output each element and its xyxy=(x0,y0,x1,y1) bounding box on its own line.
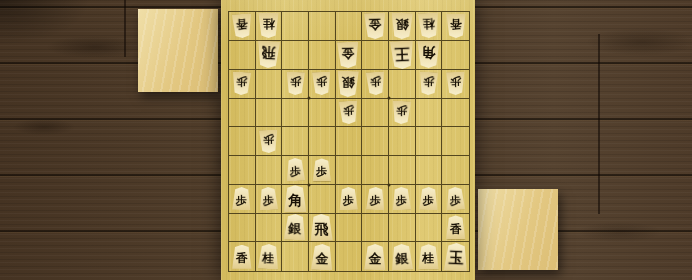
board-cell[interactable] xyxy=(389,214,416,243)
board-cell[interactable] xyxy=(362,156,389,185)
sente-silver-piece[interactable]: 銀 xyxy=(390,243,413,270)
board-cell[interactable]: 香 xyxy=(442,214,469,243)
board-cell[interactable] xyxy=(442,41,469,70)
plank-seam xyxy=(598,34,600,214)
star-point xyxy=(307,183,310,186)
board-cell[interactable] xyxy=(362,41,389,70)
gote-piece-stand xyxy=(138,9,218,92)
board-cell[interactable] xyxy=(389,156,416,185)
board-cell[interactable]: 歩 xyxy=(256,127,283,156)
board-cell[interactable] xyxy=(282,12,309,41)
board-cell[interactable]: 歩 xyxy=(282,70,309,99)
sente-pawn-piece[interactable]: 歩 xyxy=(258,187,278,211)
star-point xyxy=(307,97,310,100)
board-cell[interactable] xyxy=(309,185,336,214)
gote-pawn-piece[interactable]: 歩 xyxy=(312,72,332,96)
board-cell[interactable]: 歩 xyxy=(416,185,443,214)
board-cell[interactable]: 歩 xyxy=(309,70,336,99)
board-cell[interactable] xyxy=(282,99,309,128)
board-cell[interactable] xyxy=(336,156,363,185)
board-cell[interactable] xyxy=(336,12,363,41)
board-cell[interactable] xyxy=(336,127,363,156)
sente-knight-piece[interactable]: 桂 xyxy=(418,244,439,269)
board-cell[interactable]: 銀 xyxy=(336,70,363,99)
board-cell[interactable] xyxy=(309,127,336,156)
board-cell[interactable]: 桂 xyxy=(256,12,283,41)
sente-pawn-piece[interactable]: 歩 xyxy=(232,187,251,210)
star-point xyxy=(387,97,390,100)
board-cell[interactable]: 歩 xyxy=(362,185,389,214)
sente-pawn-piece[interactable]: 歩 xyxy=(419,187,438,210)
gote-knight-piece[interactable]: 桂 xyxy=(258,13,279,38)
board-cell[interactable]: 王 xyxy=(389,41,416,70)
board-cell[interactable]: 歩 xyxy=(256,185,283,214)
board-cell[interactable]: 歩 xyxy=(282,156,309,185)
board-cell[interactable]: 歩 xyxy=(416,70,443,99)
sente-king-piece[interactable]: 玉 xyxy=(443,242,468,271)
sente-lance-piece[interactable]: 香 xyxy=(232,245,252,269)
sente-bishop-piece[interactable]: 角 xyxy=(284,185,307,212)
board-cell[interactable]: 歩 xyxy=(362,70,389,99)
gote-lance-piece[interactable]: 香 xyxy=(446,14,466,38)
board-cell[interactable]: 歩 xyxy=(229,70,256,99)
board-cell[interactable] xyxy=(442,127,469,156)
board-cell[interactable] xyxy=(442,156,469,185)
board-cell[interactable] xyxy=(362,127,389,156)
board-cell[interactable] xyxy=(256,99,283,128)
board-cell[interactable] xyxy=(256,70,283,99)
gote-pawn-piece[interactable]: 歩 xyxy=(285,72,305,96)
gote-rook-piece[interactable]: 飛 xyxy=(256,41,280,69)
board-cell[interactable] xyxy=(309,99,336,128)
sente-knight-piece[interactable]: 桂 xyxy=(257,244,279,270)
board-cell[interactable] xyxy=(256,214,283,243)
sente-pawn-piece[interactable]: 歩 xyxy=(339,187,358,210)
gote-pawn-piece[interactable]: 歩 xyxy=(418,72,438,96)
board-cell[interactable] xyxy=(229,127,256,156)
sente-silver-piece[interactable]: 銀 xyxy=(284,214,307,241)
board-cell[interactable]: 桂 xyxy=(416,12,443,41)
gote-pawn-piece[interactable]: 歩 xyxy=(338,100,358,124)
board-cell[interactable] xyxy=(229,156,256,185)
board-cell[interactable] xyxy=(389,70,416,99)
star-point xyxy=(387,183,390,186)
board-cell[interactable] xyxy=(416,127,443,156)
board-cell[interactable] xyxy=(362,214,389,243)
board-cell[interactable]: 歩 xyxy=(336,99,363,128)
gote-pawn-piece[interactable]: 歩 xyxy=(365,72,385,96)
sente-lance-piece[interactable]: 香 xyxy=(446,215,466,239)
board-cell[interactable] xyxy=(336,214,363,243)
board-cell[interactable] xyxy=(442,99,469,128)
board-cell[interactable]: 歩 xyxy=(336,185,363,214)
board-cell[interactable]: 金 xyxy=(336,41,363,70)
board-cell[interactable]: 香 xyxy=(229,242,256,271)
gote-silver-piece[interactable]: 銀 xyxy=(391,13,413,39)
sente-pawn-piece[interactable]: 歩 xyxy=(392,187,412,211)
board-cell[interactable]: 桂 xyxy=(416,242,443,271)
board-cell[interactable]: 歩 xyxy=(309,156,336,185)
board-cell[interactable]: 歩 xyxy=(229,185,256,214)
table-scene: 香桂金銀桂香飛金王角歩歩歩銀歩歩歩歩歩歩歩歩歩歩角歩歩歩歩歩銀飛香香桂金金銀桂玉 xyxy=(0,0,692,280)
sente-pawn-piece[interactable]: 歩 xyxy=(285,158,305,182)
board-cell[interactable]: 歩 xyxy=(389,185,416,214)
board-cell[interactable]: 歩 xyxy=(389,99,416,128)
gote-knight-piece[interactable]: 桂 xyxy=(417,13,439,39)
gote-lance-piece[interactable]: 香 xyxy=(231,13,252,38)
gote-king-piece[interactable]: 王 xyxy=(389,40,414,69)
board-cell[interactable] xyxy=(416,156,443,185)
board-cell[interactable]: 銀 xyxy=(389,12,416,41)
board-cell[interactable]: 角 xyxy=(416,41,443,70)
gote-gold-piece[interactable]: 金 xyxy=(364,13,387,40)
board-cell[interactable]: 香 xyxy=(442,12,469,41)
board-cell[interactable] xyxy=(256,156,283,185)
board-grid: 香桂金銀桂香飛金王角歩歩歩銀歩歩歩歩歩歩歩歩歩歩角歩歩歩歩歩銀飛香香桂金金銀桂玉 xyxy=(228,11,470,272)
board-cell[interactable]: 銀 xyxy=(282,214,309,243)
board-cell[interactable] xyxy=(309,12,336,41)
sente-pawn-piece[interactable]: 歩 xyxy=(365,187,385,211)
board-cell[interactable]: 桂 xyxy=(256,242,283,271)
board-cell[interactable]: 金 xyxy=(362,12,389,41)
gote-gold-piece[interactable]: 金 xyxy=(337,41,360,68)
board-cell[interactable] xyxy=(309,41,336,70)
board-cell[interactable] xyxy=(336,242,363,271)
sente-gold-piece[interactable]: 金 xyxy=(364,243,386,269)
board-cell[interactable]: 飛 xyxy=(309,214,336,243)
gote-silver-piece[interactable]: 銀 xyxy=(337,70,359,96)
board-cell[interactable] xyxy=(282,127,309,156)
board-cell[interactable]: 角 xyxy=(282,185,309,214)
board-cell[interactable]: 歩 xyxy=(442,70,469,99)
board-cell[interactable]: 飛 xyxy=(256,41,283,70)
board-cell[interactable] xyxy=(362,99,389,128)
board-cell[interactable] xyxy=(416,214,443,243)
board-cell[interactable] xyxy=(229,41,256,70)
board-cell[interactable] xyxy=(229,99,256,128)
board-cell[interactable]: 歩 xyxy=(442,185,469,214)
board-cell[interactable] xyxy=(416,99,443,128)
board-cell[interactable] xyxy=(282,242,309,271)
board-cell[interactable] xyxy=(229,214,256,243)
board-cell[interactable]: 香 xyxy=(229,12,256,41)
board-cell[interactable] xyxy=(282,41,309,70)
board-cell[interactable]: 金 xyxy=(309,242,336,271)
sente-pawn-piece[interactable]: 歩 xyxy=(312,158,331,181)
board-cell[interactable]: 銀 xyxy=(389,242,416,271)
plank-seam xyxy=(124,0,126,57)
sente-rook-piece[interactable]: 飛 xyxy=(310,214,333,241)
gote-pawn-piece[interactable]: 歩 xyxy=(259,129,279,153)
gote-pawn-piece[interactable]: 歩 xyxy=(232,72,252,96)
board-cell[interactable]: 金 xyxy=(362,242,389,271)
board-cell[interactable] xyxy=(389,127,416,156)
sente-piece-stand xyxy=(478,189,558,270)
board-cell[interactable]: 玉 xyxy=(442,242,469,271)
sente-pawn-piece[interactable]: 歩 xyxy=(446,187,466,211)
sente-gold-piece[interactable]: 金 xyxy=(310,243,333,270)
gote-pawn-piece[interactable]: 歩 xyxy=(446,72,465,95)
gote-bishop-piece[interactable]: 角 xyxy=(417,41,440,68)
gote-pawn-piece[interactable]: 歩 xyxy=(392,100,412,124)
shogi-board: 香桂金銀桂香飛金王角歩歩歩銀歩歩歩歩歩歩歩歩歩歩角歩歩歩歩歩銀飛香香桂金金銀桂玉 xyxy=(221,0,475,280)
